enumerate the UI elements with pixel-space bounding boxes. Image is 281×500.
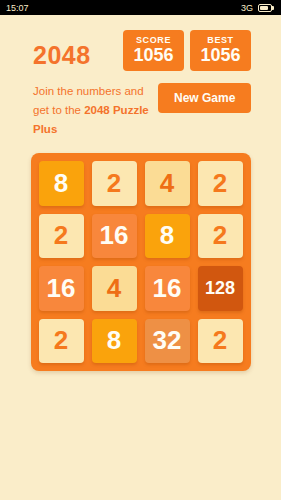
tile-4: 4 xyxy=(92,266,137,311)
header: 2048 SCORE 1056 BEST 1056 xyxy=(33,30,251,71)
tile-4: 4 xyxy=(145,161,190,206)
status-bar: 15:07 3G xyxy=(0,0,281,15)
tile-16: 16 xyxy=(145,266,190,311)
status-right: 3G xyxy=(241,3,275,13)
best-value: 1056 xyxy=(200,45,240,66)
score-boxes: SCORE 1056 BEST 1056 xyxy=(123,30,251,71)
tile-16: 16 xyxy=(39,266,84,311)
tile-2: 2 xyxy=(92,161,137,206)
battery-fill xyxy=(260,6,268,10)
tile-8: 8 xyxy=(145,214,190,259)
battery-icon xyxy=(258,4,272,12)
tile-2: 2 xyxy=(198,214,243,259)
score-label: SCORE xyxy=(136,35,171,45)
best-label: BEST xyxy=(207,35,233,45)
intro-row: Join the numbers and get to the 2048 Puz… xyxy=(33,82,251,139)
score-box: SCORE 1056 xyxy=(123,30,184,71)
new-game-button[interactable]: New Game xyxy=(158,83,251,113)
tile-2: 2 xyxy=(39,319,84,364)
tile-128: 128 xyxy=(198,266,243,311)
tile-2: 2 xyxy=(198,161,243,206)
intro-text: Join the numbers and get to the 2048 Puz… xyxy=(33,82,158,139)
tile-16: 16 xyxy=(92,214,137,259)
app-title: 2048 xyxy=(33,41,91,70)
score-value: 1056 xyxy=(133,45,173,66)
board[interactable]: 8242216821641612828322 xyxy=(31,153,251,371)
network-indicator: 3G xyxy=(241,3,253,13)
tile-2: 2 xyxy=(39,214,84,259)
tile-8: 8 xyxy=(39,161,84,206)
screen: { "game": "2048", "position": "8,2,4,2/2… xyxy=(0,0,281,500)
tile-32: 32 xyxy=(145,319,190,364)
tile-2: 2 xyxy=(198,319,243,364)
status-time: 15:07 xyxy=(6,3,29,13)
best-box: BEST 1056 xyxy=(190,30,251,71)
tile-8: 8 xyxy=(92,319,137,364)
